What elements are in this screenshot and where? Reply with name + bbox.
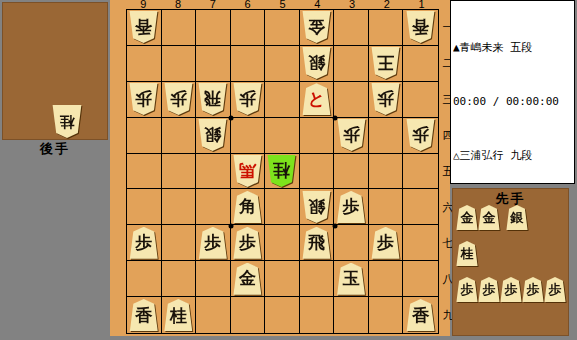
board-cell[interactable]: 桂 (265, 154, 300, 190)
piece-香[interactable]: 香 (129, 11, 158, 43)
gote-player-name: △三浦弘行 九段 (453, 147, 572, 165)
piece-銀[interactable]: 銀 (302, 191, 331, 223)
shogi-board: 987654321 香金香銀王歩歩飛歩と歩銀歩歩馬桂角銀歩歩歩歩飛歩金玉香桂香 … (110, 0, 450, 336)
board-cell[interactable] (369, 297, 404, 333)
board-cell[interactable] (127, 118, 162, 154)
board-cell[interactable] (300, 154, 335, 190)
board-cell[interactable] (265, 225, 300, 261)
board-cell[interactable] (334, 154, 369, 190)
piece-金[interactable]: 金 (456, 205, 478, 230)
board-cell[interactable] (403, 189, 438, 225)
board-cell[interactable] (300, 118, 335, 154)
file-label: 5 (265, 0, 300, 9)
piece-飛[interactable]: 飛 (302, 227, 331, 259)
piece-桂[interactable]: 桂 (456, 241, 478, 266)
piece-歩[interactable]: 歩 (456, 277, 478, 302)
file-label: 1 (404, 0, 439, 9)
board-cell[interactable] (403, 82, 438, 118)
board-cell[interactable] (265, 46, 300, 82)
piece-歩[interactable]: 歩 (478, 277, 500, 302)
piece-香[interactable]: 香 (406, 11, 435, 43)
board-cell[interactable] (127, 46, 162, 82)
board-cell[interactable]: 金 (231, 261, 266, 297)
board-cell[interactable] (196, 189, 231, 225)
board-cell[interactable] (265, 10, 300, 46)
board-cell[interactable] (265, 261, 300, 297)
board-cell[interactable]: 玉 (334, 261, 369, 297)
file-label: 2 (369, 0, 404, 9)
board-cell[interactable] (231, 118, 266, 154)
board-cell[interactable]: 桂 (162, 297, 197, 333)
board-cell[interactable] (403, 46, 438, 82)
board-cell[interactable] (403, 154, 438, 190)
shogi-app-window: { "game": "shogi", "position": { "sfen":… (0, 0, 577, 340)
board-cell[interactable]: 歩 (162, 82, 197, 118)
piece-玉[interactable]: 玉 (337, 263, 366, 295)
board-cell[interactable] (162, 225, 197, 261)
sente-clock: 00:00 / 00:00:00 (453, 93, 572, 111)
piece-と[interactable]: と (302, 83, 331, 115)
sente-hand-tray: 先手 金金銀桂歩歩歩歩歩 (452, 188, 569, 336)
board-cell[interactable] (127, 154, 162, 190)
board-cell[interactable]: 歩 (231, 225, 266, 261)
board-cell[interactable]: 歩 (369, 82, 404, 118)
board-cell[interactable] (162, 261, 197, 297)
piece-飛[interactable]: 飛 (198, 83, 227, 115)
piece-歩[interactable]: 歩 (371, 227, 400, 259)
piece-歩[interactable]: 歩 (522, 277, 544, 302)
sente-hand-pieces: 金金銀桂歩歩歩歩歩 (456, 205, 566, 313)
file-label: 6 (230, 0, 265, 9)
board-cell[interactable] (369, 261, 404, 297)
board-cell[interactable] (127, 261, 162, 297)
piece-歩[interactable]: 歩 (337, 191, 366, 223)
board-cell[interactable] (127, 189, 162, 225)
piece-銀[interactable]: 銀 (506, 205, 528, 230)
piece-銀[interactable]: 銀 (198, 119, 227, 151)
piece-歩[interactable]: 歩 (406, 119, 435, 151)
board-cell[interactable] (231, 297, 266, 333)
piece-王[interactable]: 王 (371, 47, 400, 79)
sente-player-name: ▲青嶋未来 五段 (453, 39, 572, 57)
file-label: 7 (196, 0, 231, 9)
piece-歩[interactable]: 歩 (164, 83, 193, 115)
board-cell[interactable] (231, 46, 266, 82)
board-cell[interactable] (369, 154, 404, 190)
piece-歩[interactable]: 歩 (500, 277, 522, 302)
piece-馬[interactable]: 馬 (233, 155, 262, 187)
board-cell[interactable]: と (300, 82, 335, 118)
gote-hand-tray: 桂 (2, 2, 108, 140)
board-cell[interactable]: 歩 (334, 118, 369, 154)
piece-歩[interactable]: 歩 (198, 227, 227, 259)
board-cell[interactable] (196, 297, 231, 333)
board-cell[interactable] (162, 118, 197, 154)
board-cell[interactable] (300, 261, 335, 297)
board-cell[interactable] (369, 10, 404, 46)
board-cell[interactable] (231, 10, 266, 46)
board-cell[interactable]: 角 (231, 189, 266, 225)
board-cell[interactable] (403, 225, 438, 261)
file-labels: 987654321 (126, 0, 439, 9)
piece-歩[interactable]: 歩 (371, 83, 400, 115)
board-cell[interactable]: 銀 (196, 118, 231, 154)
board-cell[interactable] (403, 261, 438, 297)
gote-hand-pieces: 桂 (52, 105, 82, 138)
board-cell[interactable]: 金 (300, 10, 335, 46)
piece-香[interactable]: 香 (406, 299, 435, 331)
board-cell[interactable]: 歩 (369, 225, 404, 261)
star-point (229, 224, 234, 229)
file-label: 8 (161, 0, 196, 9)
piece-歩[interactable]: 歩 (129, 227, 158, 259)
board-cell[interactable] (334, 297, 369, 333)
board-cell[interactable]: 歩 (334, 189, 369, 225)
piece-金[interactable]: 金 (302, 11, 331, 43)
piece-銀[interactable]: 銀 (302, 47, 331, 79)
file-label: 4 (300, 0, 335, 9)
board-cell[interactable] (334, 82, 369, 118)
board-cell[interactable]: 王 (369, 46, 404, 82)
piece-香[interactable]: 香 (129, 299, 158, 331)
board-cell[interactable]: 歩 (403, 118, 438, 154)
piece-歩[interactable]: 歩 (233, 227, 262, 259)
piece-歩[interactable]: 歩 (337, 119, 366, 151)
board-cell[interactable]: 歩 (127, 82, 162, 118)
board-cell[interactable] (369, 189, 404, 225)
hand-row: 歩歩歩歩歩 (456, 277, 566, 302)
board-cell[interactable] (162, 46, 197, 82)
board-cell[interactable] (300, 297, 335, 333)
board-cell[interactable]: 飛 (300, 225, 335, 261)
piece-桂[interactable]: 桂 (52, 105, 82, 138)
board-cell[interactable] (265, 118, 300, 154)
board-cell[interactable] (334, 46, 369, 82)
board-cell[interactable] (162, 189, 197, 225)
board-cell[interactable]: 香 (127, 297, 162, 333)
board-cell[interactable] (369, 118, 404, 154)
board-cell[interactable] (162, 10, 197, 46)
file-label: 9 (126, 0, 161, 9)
board-cell[interactable]: 銀 (300, 189, 335, 225)
piece-歩[interactable]: 歩 (233, 83, 262, 115)
piece-歩[interactable]: 歩 (129, 83, 158, 115)
board-cell[interactable] (334, 10, 369, 46)
board-cell[interactable] (196, 46, 231, 82)
piece-金[interactable]: 金 (478, 205, 500, 230)
board-cell[interactable]: 銀 (300, 46, 335, 82)
gote-label: 後手 (2, 140, 108, 158)
hand-row: 金金銀 (456, 205, 566, 230)
shogi-board-grid: 香金香銀王歩歩飛歩と歩銀歩歩馬桂角銀歩歩歩歩飛歩金玉香桂香 (126, 9, 439, 334)
piece-歩[interactable]: 歩 (544, 277, 566, 302)
board-cell[interactable]: 香 (403, 297, 438, 333)
board-cell[interactable]: 香 (127, 10, 162, 46)
star-point (229, 116, 234, 121)
board-cell[interactable]: 馬 (231, 154, 266, 190)
piece-角[interactable]: 角 (233, 191, 262, 223)
game-info-panel: ▲青嶋未来 五段 00:00 / 00:00:00 △三浦弘行 九段 00:00… (450, 0, 575, 184)
star-point (333, 224, 338, 229)
board-cell[interactable] (162, 154, 197, 190)
board-cell[interactable]: 香 (403, 10, 438, 46)
piece-桂[interactable]: 桂 (267, 155, 296, 187)
piece-桂[interactable]: 桂 (164, 299, 193, 331)
file-label: 3 (335, 0, 370, 9)
hand-row: 桂 (456, 241, 566, 266)
board-cell[interactable] (265, 297, 300, 333)
board-cell[interactable] (334, 225, 369, 261)
piece-金[interactable]: 金 (233, 263, 262, 295)
board-cell[interactable] (196, 154, 231, 190)
board-cell[interactable] (265, 189, 300, 225)
board-cell[interactable]: 歩 (231, 82, 266, 118)
board-cell[interactable] (196, 10, 231, 46)
board-cell[interactable] (265, 82, 300, 118)
board-cell[interactable]: 歩 (127, 225, 162, 261)
board-cell[interactable]: 飛 (196, 82, 231, 118)
board-cell[interactable] (196, 261, 231, 297)
star-point (333, 116, 338, 121)
board-cell[interactable]: 歩 (196, 225, 231, 261)
